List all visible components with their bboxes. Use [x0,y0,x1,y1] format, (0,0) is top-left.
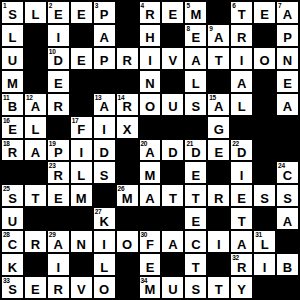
letter-cell-r9c12[interactable]: A [277,208,298,229]
letter-cell-r12c0[interactable]: 33S [2,277,23,298]
crossword-board: 1SL2EE3P4RE5M6TE7ALIAH8E9ARPU10DEPRIVATI… [0,0,300,300]
block-cell-r1c5 [117,25,138,46]
letter-cell-r12c7[interactable]: U [162,277,183,298]
letter-cell-r2c0[interactable]: U [2,48,23,69]
letter-cell-r1c10[interactable]: R [231,25,252,46]
letter-cell-r6c3[interactable]: I [71,140,92,161]
block-cell-r6c12 [277,140,298,161]
cell-letter: M [140,162,161,183]
cell-letter: A [162,231,183,252]
letter-cell-r0c7[interactable]: E [162,2,183,23]
letter-cell-r12c10[interactable]: Y [231,277,252,298]
cell-letter: S [94,162,115,183]
cell-letter: A [277,94,298,115]
block-cell-r12c11 [254,277,275,298]
block-cell-r12c12 [277,277,298,298]
letter-cell-r0c12[interactable]: 7A [277,2,298,23]
letter-cell-r4c12[interactable]: A [277,94,298,115]
letter-cell-r9c8[interactable]: E [185,208,206,229]
letter-cell-r2c9[interactable]: T [208,48,229,69]
cell-letter: E [185,162,206,183]
cell-letter: D [48,48,69,69]
block-cell-r9c2 [48,208,69,229]
cell-letter: L [185,71,206,92]
cell-letter: S [2,185,23,206]
cell-letter: I [231,48,252,69]
cell-letter: A [140,140,161,161]
cell-letter: T [208,48,229,69]
block-cell-r2c1 [25,48,46,69]
cell-letter: T [25,185,46,206]
block-cell-r1c11 [254,25,275,46]
cell-letter: D [162,140,183,161]
block-cell-r1c7 [162,25,183,46]
letter-cell-r7c6[interactable]: M [140,162,161,183]
cell-letter: S [2,2,23,23]
letter-cell-r9c10[interactable]: T [231,208,252,229]
letter-cell-r5c3[interactable]: 17F [71,117,92,138]
block-cell-r11c9 [208,254,229,275]
letter-cell-r1c0[interactable]: L [2,25,23,46]
cell-letter: E [48,2,69,23]
letter-cell-r2c2[interactable]: 10D [48,48,69,69]
letter-cell-r2c3[interactable]: E [71,48,92,69]
cell-letter: M [185,2,206,23]
block-cell-r0c9 [208,2,229,23]
cell-letter: L [25,117,46,138]
letter-cell-r5c0[interactable]: 16E [2,117,23,138]
letter-cell-r7c4[interactable]: S [94,162,115,183]
letter-cell-r1c12[interactable]: P [277,25,298,46]
letter-cell-r8c2[interactable]: E [48,185,69,206]
cell-letter: L [71,162,92,183]
cell-letter: E [277,71,298,92]
letter-cell-r10c3[interactable]: N [71,231,92,252]
cell-letter: E [2,117,23,138]
block-cell-r1c1 [25,25,46,46]
letter-cell-r8c7[interactable]: T [162,185,183,206]
cell-letter: E [254,2,275,23]
cell-letter: E [48,185,69,206]
letter-cell-r0c2[interactable]: 2E [48,2,69,23]
cell-letter: I [71,140,92,161]
block-cell-r9c11 [254,208,275,229]
letter-cell-r5c9[interactable]: G [208,117,229,138]
letter-cell-r2c12[interactable]: N [277,48,298,69]
cell-letter: S [185,277,206,298]
letter-cell-r8c5[interactable]: 26M [117,185,138,206]
block-cell-r7c0 [2,162,23,183]
cell-letter: B [277,254,298,275]
cell-letter: D [231,140,252,161]
letter-cell-r0c10[interactable]: 6T [231,2,252,23]
letter-cell-r3c8[interactable]: L [185,71,206,92]
block-cell-r9c1 [25,208,46,229]
letter-cell-r11c4[interactable]: L [94,254,115,275]
cell-letter: L [254,231,275,252]
block-cell-r5c6 [140,117,161,138]
block-cell-r3c1 [25,71,46,92]
letter-cell-r8c6[interactable]: A [140,185,161,206]
cell-letter: T [231,2,252,23]
cell-letter: R [2,140,23,161]
block-cell-r5c7 [162,117,183,138]
letter-cell-r6c7[interactable]: D [162,140,183,161]
cell-letter: A [208,94,229,115]
cell-letter: X [117,117,138,138]
block-cell-r6c11 [254,140,275,161]
letter-cell-r2c5[interactable]: R [117,48,138,69]
block-cell-r9c5 [117,208,138,229]
letter-cell-r7c2[interactable]: 23R [48,162,69,183]
cell-letter: V [162,48,183,69]
cell-letter: C [277,162,298,183]
cell-letter: R [208,185,229,206]
block-cell-r4c3 [71,94,92,115]
cell-letter: I [208,231,229,252]
cell-letter: I [48,25,69,46]
letter-cell-r4c7[interactable]: U [162,94,183,115]
cell-letter: D [94,140,115,161]
cell-letter: G [208,117,229,138]
letter-cell-r11c11[interactable]: I [254,254,275,275]
cell-letter: E [185,25,206,46]
cell-letter: T [231,208,252,229]
block-cell-r1c3 [71,25,92,46]
letter-cell-r2c10[interactable]: I [231,48,252,69]
cell-letter: I [254,254,275,275]
letter-cell-r0c8[interactable]: 5M [185,2,206,23]
cell-letter: R [231,254,252,275]
letter-cell-r3c0[interactable]: M [2,71,23,92]
letter-cell-r8c9[interactable]: R [208,185,229,206]
cell-letter: P [48,140,69,161]
block-cell-r8c4 [94,185,115,206]
cell-letter: A [185,48,206,69]
letter-cell-r11c10[interactable]: 32R [231,254,252,275]
letter-cell-r4c2[interactable]: R [48,94,69,115]
cell-letter: S [254,185,275,206]
cell-letter: A [231,231,252,252]
letter-cell-r1c6[interactable]: H [140,25,161,46]
letter-cell-r11c0[interactable]: K [2,254,23,275]
letter-cell-r3c2[interactable]: E [48,71,69,92]
letter-cell-r7c3[interactable]: L [71,162,92,183]
letter-cell-r6c10[interactable]: 22D [231,140,252,161]
letter-cell-r0c6[interactable]: 4R [140,2,161,23]
cell-letter: A [140,185,161,206]
cell-letter: I [94,117,115,138]
letter-cell-r4c1[interactable]: 12A [25,94,46,115]
block-cell-r6c5 [117,140,138,161]
cell-letter: T [185,254,206,275]
letter-cell-r5c5[interactable]: X [117,117,138,138]
letter-cell-r12c6[interactable]: 34M [140,277,161,298]
letter-cell-r8c1[interactable]: T [25,185,46,206]
letter-cell-r8c10[interactable]: E [231,185,252,206]
letter-cell-r0c1[interactable]: L [25,2,46,23]
block-cell-r5c2 [48,117,69,138]
letter-cell-r3c12[interactable]: E [277,71,298,92]
cell-letter: N [277,48,298,69]
letter-cell-r8c12[interactable]: S [277,185,298,206]
cell-letter: K [94,208,115,229]
letter-cell-r0c3[interactable]: E [71,2,92,23]
cell-letter: A [231,71,252,92]
cell-letter: E [71,48,92,69]
letter-cell-r3c6[interactable]: N [140,71,161,92]
letter-cell-r10c4[interactable]: I [94,231,115,252]
letter-cell-r7c10[interactable]: I [231,162,252,183]
cell-letter: S [277,185,298,206]
cell-letter: E [231,185,252,206]
letter-cell-r10c2[interactable]: 29A [48,231,69,252]
cell-letter: R [48,162,69,183]
block-cell-r3c3 [71,71,92,92]
letter-cell-r8c0[interactable]: 25S [2,185,23,206]
letter-cell-r10c8[interactable]: C [185,231,206,252]
cell-letter: M [2,71,23,92]
letter-cell-r2c4[interactable]: P [94,48,115,69]
block-cell-r5c12 [277,117,298,138]
cell-letter: O [117,231,138,252]
block-cell-r3c4 [94,71,115,92]
letter-cell-r10c1[interactable]: R [25,231,46,252]
cell-letter: D [185,140,206,161]
block-cell-r7c1 [25,162,46,183]
block-cell-r7c9 [208,162,229,183]
letter-cell-r12c3[interactable]: V [71,277,92,298]
cell-letter: F [140,231,161,252]
letter-cell-r10c11[interactable]: 31L [254,231,275,252]
cell-letter: U [2,48,23,69]
cell-letter: A [277,208,298,229]
letter-cell-r1c8[interactable]: 8E [185,25,206,46]
block-cell-r11c5 [117,254,138,275]
cell-letter: Y [231,277,252,298]
cell-letter: M [71,185,92,206]
letter-cell-r7c12[interactable]: 24C [277,162,298,183]
block-cell-r9c7 [162,208,183,229]
cell-letter: L [2,25,23,46]
letter-cell-r9c4[interactable]: 27K [94,208,115,229]
cell-letter: T [208,277,229,298]
letter-cell-r12c1[interactable]: E [25,277,46,298]
letter-cell-r12c9[interactable]: T [208,277,229,298]
block-cell-r7c5 [117,162,138,183]
cell-letter: T [162,185,183,206]
letter-cell-r12c2[interactable]: R [48,277,69,298]
cell-letter: R [140,2,161,23]
cell-letter: B [2,94,23,115]
letter-cell-r4c6[interactable]: O [140,94,161,115]
letter-cell-r2c8[interactable]: A [185,48,206,69]
block-cell-r11c7 [162,254,183,275]
cell-letter: E [208,140,229,161]
cell-letter: I [94,231,115,252]
cell-letter: U [162,277,183,298]
letter-cell-r6c4[interactable]: D [94,140,115,161]
letter-cell-r6c8[interactable]: 21D [185,140,206,161]
letter-cell-r1c2[interactable]: I [48,25,69,46]
cell-letter: R [48,277,69,298]
block-cell-r3c9 [208,71,229,92]
letter-cell-r8c11[interactable]: S [254,185,275,206]
cell-letter: S [185,94,206,115]
letter-cell-r11c2[interactable]: I [48,254,69,275]
cell-letter: N [71,231,92,252]
cell-letter: R [48,94,69,115]
letter-cell-r2c6[interactable]: I [140,48,161,69]
letter-cell-r6c2[interactable]: 19P [48,140,69,161]
block-cell-r3c7 [162,71,183,92]
cell-letter: I [231,162,252,183]
cell-letter: A [25,94,46,115]
cell-letter: P [277,25,298,46]
letter-cell-r2c11[interactable]: O [254,48,275,69]
letter-cell-r0c0[interactable]: 1S [2,2,23,23]
block-cell-r5c10 [231,117,252,138]
block-cell-r5c8 [185,117,206,138]
block-cell-r0c5 [117,2,138,23]
cell-letter: A [48,231,69,252]
cell-letter: M [140,277,161,298]
cell-letter: N [140,71,161,92]
letter-cell-r10c10[interactable]: A [231,231,252,252]
letter-cell-r4c9[interactable]: 15A [208,94,229,115]
block-cell-r5c11 [254,117,275,138]
letter-cell-r4c0[interactable]: 11B [2,94,23,115]
cell-letter: A [208,25,229,46]
block-cell-r9c9 [208,208,229,229]
cell-letter: V [71,277,92,298]
cell-letter: R [117,48,138,69]
cell-letter: C [185,231,206,252]
block-cell-r9c3 [71,208,92,229]
letter-cell-r12c4[interactable]: O [94,277,115,298]
cell-letter: L [25,2,46,23]
cell-letter: R [25,231,46,252]
letter-cell-r10c7[interactable]: A [162,231,183,252]
cell-letter: R [117,94,138,115]
block-cell-r7c7 [162,162,183,183]
letter-cell-r8c3[interactable]: M [71,185,92,206]
cell-letter: A [25,140,46,161]
letter-cell-r7c8[interactable]: E [185,162,206,183]
cell-letter: E [71,2,92,23]
block-cell-r11c1 [25,254,46,275]
letter-cell-r6c9[interactable]: E [208,140,229,161]
letter-cell-r10c5[interactable]: O [117,231,138,252]
cell-letter: E [162,2,183,23]
cell-letter: A [277,2,298,23]
letter-cell-r4c8[interactable]: S [185,94,206,115]
cell-letter: E [25,277,46,298]
letter-cell-r11c8[interactable]: T [185,254,206,275]
letter-cell-r2c7[interactable]: V [162,48,183,69]
cell-letter: I [140,48,161,69]
cell-letter: C [2,231,23,252]
letter-cell-r8c8[interactable]: T [185,185,206,206]
letter-cell-r6c0[interactable]: 18R [2,140,23,161]
cell-letter: O [94,277,115,298]
letter-cell-r11c6[interactable]: E [140,254,161,275]
block-cell-r7c11 [254,162,275,183]
cell-letter: P [94,2,115,23]
letter-cell-r1c9[interactable]: 9A [208,25,229,46]
cell-letter: K [2,254,23,275]
letter-cell-r12c8[interactable]: S [185,277,206,298]
letter-cell-r5c1[interactable]: L [25,117,46,138]
letter-cell-r5c4[interactable]: I [94,117,115,138]
block-cell-r4c11 [254,94,275,115]
cell-letter: E [140,254,161,275]
letter-cell-r9c0[interactable]: U [2,208,23,229]
block-cell-r11c3 [71,254,92,275]
letter-cell-r6c6[interactable]: 20A [140,140,161,161]
cell-letter: H [140,25,161,46]
cell-letter: E [185,208,206,229]
block-cell-r3c5 [117,71,138,92]
letter-cell-r0c11[interactable]: E [254,2,275,23]
letter-cell-r10c0[interactable]: 28C [2,231,23,252]
block-cell-r9c6 [140,208,161,229]
cell-letter: R [231,25,252,46]
cell-letter: A [94,94,115,115]
cell-letter: F [71,117,92,138]
cell-letter: L [231,94,252,115]
letter-cell-r0c4[interactable]: 3P [94,2,115,23]
cell-letter: E [48,71,69,92]
letter-cell-r4c5[interactable]: 14R [117,94,138,115]
cell-letter: S [2,277,23,298]
block-cell-r10c12 [277,231,298,252]
letter-cell-r6c1[interactable]: A [25,140,46,161]
letter-cell-r4c10[interactable]: L [231,94,252,115]
cell-letter: L [94,254,115,275]
letter-cell-r3c10[interactable]: A [231,71,252,92]
cell-letter: U [162,94,183,115]
letter-cell-r1c4[interactable]: A [94,25,115,46]
cell-letter: U [2,208,23,229]
letter-cell-r4c4[interactable]: 13A [94,94,115,115]
block-cell-r3c11 [254,71,275,92]
cell-letter: A [94,25,115,46]
cell-letter: P [94,48,115,69]
cell-letter: O [140,94,161,115]
letter-cell-r10c6[interactable]: 30F [140,231,161,252]
cell-letter: I [48,254,69,275]
cell-letter: M [117,185,138,206]
letter-cell-r10c9[interactable]: I [208,231,229,252]
letter-cell-r11c12[interactable]: B [277,254,298,275]
cell-letter: T [185,185,206,206]
block-cell-r12c5 [117,277,138,298]
cell-letter: O [254,48,275,69]
